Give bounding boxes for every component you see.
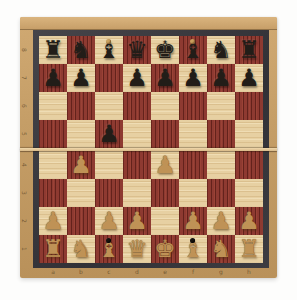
square-c5[interactable]: ♟ — [95, 120, 123, 148]
square-f1[interactable]: ♝ — [179, 235, 207, 263]
square-b5[interactable] — [67, 120, 95, 148]
square-a7[interactable]: ♟ — [39, 64, 67, 92]
piece-black-pawn: ♟ — [154, 64, 176, 92]
square-f3[interactable] — [179, 179, 207, 207]
square-h1[interactable]: ♜ — [235, 235, 263, 263]
piece-white-pawn: ♟ — [98, 207, 120, 235]
square-g1[interactable]: ♞ — [207, 235, 235, 263]
board-fold-seam — [20, 148, 277, 151]
square-h2[interactable]: ♟ — [235, 207, 263, 235]
square-g8[interactable]: ♞ — [207, 36, 235, 64]
bishop-finial — [190, 39, 195, 44]
piece-black-pawn: ♟ — [98, 120, 120, 148]
chess-set-photo: ♜♞♝♛♚♝♞♜♟♟♟♟♟♟♟♟♟♟♟♟♟♟♟♟♜♞♝♛♚♝♞♜ 8765432… — [0, 0, 297, 300]
square-c4[interactable] — [95, 151, 123, 179]
square-c1[interactable]: ♝ — [95, 235, 123, 263]
square-f2[interactable]: ♟ — [179, 207, 207, 235]
square-b8[interactable]: ♞ — [67, 36, 95, 64]
square-f6[interactable] — [179, 92, 207, 120]
square-a6[interactable] — [39, 92, 67, 120]
piece-white-bishop: ♝ — [98, 235, 120, 263]
square-e7[interactable]: ♟ — [151, 64, 179, 92]
piece-black-pawn: ♟ — [238, 64, 260, 92]
piece-black-knight: ♞ — [210, 36, 232, 64]
rank-label-2: 2 — [21, 219, 28, 223]
square-f8[interactable]: ♝ — [179, 36, 207, 64]
square-h7[interactable]: ♟ — [235, 64, 263, 92]
box-lid-edge — [20, 17, 277, 30]
square-a2[interactable]: ♟ — [39, 207, 67, 235]
file-label-g: g — [219, 268, 223, 275]
rank-label-6: 6 — [21, 104, 28, 108]
square-c2[interactable]: ♟ — [95, 207, 123, 235]
piece-white-king: ♚ — [154, 235, 176, 263]
square-c6[interactable] — [95, 92, 123, 120]
piece-white-rook: ♜ — [42, 235, 64, 263]
square-e3[interactable] — [151, 179, 179, 207]
square-h3[interactable] — [235, 179, 263, 207]
rank-label-4: 4 — [21, 163, 28, 167]
square-d6[interactable] — [123, 92, 151, 120]
square-d3[interactable] — [123, 179, 151, 207]
square-g5[interactable] — [207, 120, 235, 148]
square-g3[interactable] — [207, 179, 235, 207]
piece-white-pawn: ♟ — [42, 207, 64, 235]
file-label-f: f — [192, 268, 194, 275]
square-e2[interactable] — [151, 207, 179, 235]
square-h4[interactable] — [235, 151, 263, 179]
square-g7[interactable]: ♟ — [207, 64, 235, 92]
file-label-c: c — [107, 268, 110, 275]
piece-white-pawn: ♟ — [70, 151, 92, 179]
piece-black-rook: ♜ — [42, 36, 64, 64]
square-a1[interactable]: ♜ — [39, 235, 67, 263]
square-a5[interactable] — [39, 120, 67, 148]
square-d5[interactable] — [123, 120, 151, 148]
square-b1[interactable]: ♞ — [67, 235, 95, 263]
square-c7[interactable] — [95, 64, 123, 92]
file-label-e: e — [163, 268, 167, 275]
square-h6[interactable] — [235, 92, 263, 120]
square-f4[interactable] — [179, 151, 207, 179]
square-f5[interactable] — [179, 120, 207, 148]
rank-label-1: 1 — [21, 247, 28, 251]
square-g4[interactable] — [207, 151, 235, 179]
square-b4[interactable]: ♟ — [67, 151, 95, 179]
square-d7[interactable]: ♟ — [123, 64, 151, 92]
square-a8[interactable]: ♜ — [39, 36, 67, 64]
square-e6[interactable] — [151, 92, 179, 120]
piece-white-pawn: ♟ — [210, 207, 232, 235]
square-e5[interactable] — [151, 120, 179, 148]
square-h5[interactable] — [235, 120, 263, 148]
piece-white-queen: ♛ — [126, 235, 148, 263]
bishop-finial — [106, 238, 111, 243]
square-e1[interactable]: ♚ — [151, 235, 179, 263]
square-b2[interactable] — [67, 207, 95, 235]
rank-label-7: 7 — [21, 76, 28, 80]
square-b6[interactable] — [67, 92, 95, 120]
square-b3[interactable] — [67, 179, 95, 207]
square-b7[interactable]: ♟ — [67, 64, 95, 92]
piece-white-bishop: ♝ — [182, 235, 204, 263]
rank-label-3: 3 — [21, 191, 28, 195]
square-d2[interactable]: ♟ — [123, 207, 151, 235]
piece-white-knight: ♞ — [70, 235, 92, 263]
piece-white-pawn: ♟ — [126, 207, 148, 235]
square-a3[interactable] — [39, 179, 67, 207]
square-d4[interactable] — [123, 151, 151, 179]
piece-black-queen: ♛ — [126, 36, 148, 64]
piece-black-pawn: ♟ — [210, 64, 232, 92]
piece-black-bishop: ♝ — [182, 36, 204, 64]
square-c8[interactable]: ♝ — [95, 36, 123, 64]
square-e4[interactable]: ♟ — [151, 151, 179, 179]
square-d8[interactable]: ♛ — [123, 36, 151, 64]
rank-label-5: 5 — [21, 132, 28, 136]
piece-white-pawn: ♟ — [182, 207, 204, 235]
piece-white-pawn: ♟ — [154, 151, 176, 179]
rank-label-8: 8 — [21, 48, 28, 52]
bishop-finial — [106, 39, 111, 44]
file-label-h: h — [247, 268, 251, 275]
piece-black-pawn: ♟ — [126, 64, 148, 92]
piece-black-bishop: ♝ — [98, 36, 120, 64]
piece-white-rook: ♜ — [238, 235, 260, 263]
square-d1[interactable]: ♛ — [123, 235, 151, 263]
file-label-a: a — [51, 268, 55, 275]
folding-board-box: ♜♞♝♛♚♝♞♜♟♟♟♟♟♟♟♟♟♟♟♟♟♟♟♟♜♞♝♛♚♝♞♜ 8765432… — [20, 17, 277, 278]
piece-black-king: ♚ — [154, 36, 176, 64]
square-a4[interactable] — [39, 151, 67, 179]
file-label-b: b — [79, 268, 83, 275]
piece-black-knight: ♞ — [70, 36, 92, 64]
square-c3[interactable] — [95, 179, 123, 207]
piece-black-pawn: ♟ — [182, 64, 204, 92]
piece-black-pawn: ♟ — [42, 64, 64, 92]
square-g6[interactable] — [207, 92, 235, 120]
piece-white-pawn: ♟ — [238, 207, 260, 235]
square-h8[interactable]: ♜ — [235, 36, 263, 64]
piece-black-pawn: ♟ — [70, 64, 92, 92]
bishop-finial — [190, 238, 195, 243]
square-e8[interactable]: ♚ — [151, 36, 179, 64]
piece-black-rook: ♜ — [238, 36, 260, 64]
piece-white-knight: ♞ — [210, 235, 232, 263]
file-label-d: d — [135, 268, 139, 275]
square-f7[interactable]: ♟ — [179, 64, 207, 92]
square-g2[interactable]: ♟ — [207, 207, 235, 235]
